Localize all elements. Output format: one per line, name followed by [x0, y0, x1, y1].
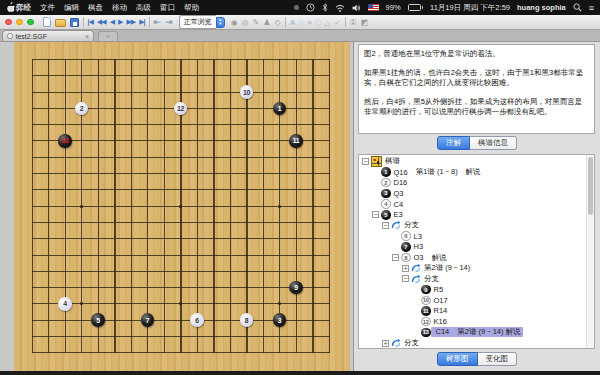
apple-menu-icon[interactable]: [6, 2, 15, 14]
file-buttons: [43, 17, 79, 27]
board-grid[interactable]: 12345678910111213: [24, 51, 338, 361]
battery-percent: 99%: [386, 3, 401, 12]
volume-icon[interactable]: [352, 4, 361, 12]
tree-row-D16[interactable]: 2D16: [360, 177, 585, 188]
menubar-username[interactable]: huang sophia: [517, 3, 566, 12]
tree-row-Q16[interactable]: 1Q16第1谱 (1－8) 解说: [360, 167, 585, 178]
menu-6[interactable]: 高级: [136, 3, 151, 13]
tab-title: test2.SGF: [16, 33, 48, 40]
sgf-file-icon: [7, 33, 13, 39]
right-panel: 图2，普通地在黑1位守角是常识的着法。 如果黑1挂角的话，也许白2会夹击，这时，…: [353, 42, 600, 371]
check-marker-button[interactable]: ✓: [334, 18, 340, 27]
tree-node-label: H3: [414, 242, 424, 251]
tree-node-label: O17: [434, 296, 448, 305]
white-stone-icon: 12: [421, 317, 431, 327]
black-stone-icon: 7: [401, 242, 411, 252]
stone-k16-move-12[interactable]: 12: [174, 102, 188, 116]
last-button[interactable]: ▶|: [139, 18, 144, 26]
tree-row-O3[interactable]: −8O3解说: [360, 252, 585, 263]
branch-icon: [411, 270, 421, 288]
comment-paragraph: 然后，白4拆，黑5从外侧拆挂，如果成为这样的布局，对黑而言是非常顺利的进行，可以…: [364, 97, 589, 117]
display-toggle-buttons: ①◩: [350, 18, 369, 27]
setup-stone-button[interactable]: ◎: [242, 18, 249, 27]
tree-expander-icon[interactable]: −: [392, 254, 399, 261]
stone-e3-move-5[interactable]: 5: [91, 313, 105, 327]
tree-node-label: C14: [436, 327, 450, 337]
go-board[interactable]: 12345678910111213: [14, 42, 350, 371]
tree-selected-highlight: C14第2谱 (9－14) 解说: [431, 327, 523, 337]
menubar-menus: 弈经文件编辑棋盘移动高级窗口帮助: [16, 3, 199, 13]
comment-box[interactable]: 图2，普通地在黑1位守角是常识的着法。 如果黑1挂角的话，也许白2会夹击，这时，…: [358, 44, 595, 134]
black-stone-icon: 13: [421, 328, 431, 338]
bluetooth-icon[interactable]: [322, 3, 328, 12]
new-tab-button[interactable]: +: [98, 31, 118, 41]
forward-button[interactable]: ▶: [118, 18, 122, 26]
stone-o17-move-10[interactable]: 10: [240, 85, 254, 99]
tree-row-C4[interactable]: 4C4: [360, 199, 585, 210]
save-file-button[interactable]: [70, 18, 79, 27]
tree-row-分支[interactable]: −分支: [360, 220, 585, 231]
move-number-display-button[interactable]: ①: [350, 18, 357, 27]
battery-icon[interactable]: [408, 4, 424, 11]
menu-4[interactable]: 棋盘: [88, 3, 103, 13]
tree-scrollbar-thumb[interactable]: [588, 157, 594, 215]
stone-o3-move-8[interactable]: 8: [240, 313, 254, 327]
marker-tool-buttons: A○×□△✓: [290, 18, 341, 27]
tree-expander-icon[interactable]: +: [402, 265, 409, 272]
status-dot-icon[interactable]: [294, 5, 299, 10]
tree-view-switch: 树形图 变化图: [437, 352, 517, 366]
menu-5[interactable]: 移动: [112, 3, 127, 13]
tree-row-K16[interactable]: 12K16: [360, 316, 585, 327]
tree-row-O17[interactable]: 10O17: [360, 295, 585, 306]
browse-mode-value: 正常浏览: [179, 15, 216, 29]
branch-icon: [391, 216, 401, 234]
tree-node-label: R5: [434, 285, 444, 294]
tree-node-label: 第2谱 (9－14): [424, 263, 470, 273]
input-language-flag-icon[interactable]: [368, 4, 379, 11]
tree-row-Q3[interactable]: 3Q3: [360, 188, 585, 199]
minimize-window-button[interactable]: [16, 19, 23, 26]
forward-10-button[interactable]: ▶▶: [126, 18, 135, 26]
tree-expander-icon[interactable]: −: [382, 222, 389, 229]
star-point: [278, 302, 281, 305]
panel-tabs: 注解 棋谱信息: [437, 136, 517, 150]
play-stone-button[interactable]: ◉: [231, 18, 238, 27]
browse-mode-stepper-icon[interactable]: ▲▼: [216, 17, 225, 28]
toolbar: |◀◀◀◀▶▶▶▶| ⇤⇥ 正常浏览 ▲▼ ◉◎✎♟◇ A○×□△✓ ①◩: [0, 15, 600, 30]
menu-2[interactable]: 文件: [40, 3, 55, 13]
main-content: 12345678910111213 图2，普通地在黑1位守角是常识的着法。 如果…: [0, 42, 600, 371]
star-point: [80, 302, 83, 305]
tree-node-label: Q3: [394, 189, 404, 198]
star-point: [80, 205, 83, 208]
black-stone-icon: 11: [421, 306, 431, 316]
tree-expander-icon[interactable]: +: [382, 340, 389, 347]
delete-node-button[interactable]: ◇: [274, 18, 280, 27]
edit-tool-buttons: ◉◎✎♟◇: [231, 18, 281, 27]
new-file-button[interactable]: [43, 17, 51, 27]
board-pane: 12345678910111213: [0, 42, 353, 371]
tree-scrollbar[interactable]: [586, 155, 594, 348]
wifi-icon[interactable]: [335, 4, 345, 12]
black-stone-icon: 5: [381, 210, 391, 220]
square-marker-button[interactable]: □: [316, 18, 321, 27]
tree-row-第2谱 (9－14)[interactable]: +第2谱 (9－14): [360, 263, 585, 274]
stone-q3-move-3[interactable]: 3: [273, 313, 287, 327]
branch-icon: [391, 334, 401, 347]
stone-c4-move-4[interactable]: 4: [58, 297, 72, 311]
notification-center-icon[interactable]: ≡: [589, 3, 594, 13]
tree-node-label: 分支: [404, 220, 419, 230]
tree-node-label: 分支: [404, 338, 419, 347]
tree-node-label: 棋谱: [385, 156, 400, 166]
menubar-clock[interactable]: 11月19日 周四 下午2:59: [430, 3, 510, 13]
zoom-window-button[interactable]: [27, 19, 34, 26]
tree-row-R14[interactable]: 11R14: [360, 306, 585, 317]
triangle-marker-button[interactable]: △: [325, 18, 331, 27]
tree-row-R5[interactable]: 9R5: [360, 284, 585, 295]
letter-marker-button[interactable]: A: [290, 18, 295, 27]
tree-node-comment-label: 第1谱 (1－8) 解说: [416, 167, 481, 177]
black-stone-icon: 3: [381, 189, 391, 199]
close-window-button[interactable]: [5, 19, 12, 26]
tree-node-comment-label: 第2谱 (9－14) 解说: [457, 327, 520, 337]
star-point: [278, 205, 281, 208]
back-10-button[interactable]: ◀◀: [97, 18, 106, 26]
black-stone-icon: 9: [421, 285, 431, 295]
stone-h3-move-7[interactable]: 7: [141, 313, 155, 327]
next-branch-button[interactable]: ⇥: [165, 17, 173, 27]
tree-node-label: C4: [394, 200, 404, 209]
menu-1[interactable]: 弈经: [16, 3, 31, 13]
app-window: |◀◀◀◀▶▶▶▶| ⇤⇥ 正常浏览 ▲▼ ◉◎✎♟◇ A○×□△✓ ①◩ te…: [0, 15, 600, 371]
prev-branch-button[interactable]: ⇤: [154, 17, 162, 27]
stone-c14-move-13[interactable]: 13: [58, 134, 72, 148]
stone-d16-move-2[interactable]: 2: [75, 102, 89, 116]
stone-r14-move-11[interactable]: 11: [289, 134, 303, 148]
pass-move-button[interactable]: ♟: [263, 18, 270, 27]
spotlight-icon[interactable]: [573, 3, 582, 12]
menu-8[interactable]: 帮助: [184, 3, 199, 13]
tree-expander-icon[interactable]: −: [372, 211, 379, 218]
circle-marker-button[interactable]: ○: [299, 18, 304, 27]
comment-paragraph: 图2，普通地在黑1位守角是常识的着法。: [364, 49, 589, 59]
move-tree: −棋谱1Q16第1谱 (1－8) 解说2D163Q34C4−5E3−分支6L37…: [358, 154, 595, 349]
edit-pencil-button[interactable]: ✎: [253, 18, 260, 27]
white-stone-icon: 8: [401, 253, 411, 263]
black-stone-icon: 1: [381, 167, 391, 177]
tree-expander-icon[interactable]: −: [402, 275, 409, 282]
white-stone-icon: 10: [421, 296, 431, 306]
star-point: [179, 205, 182, 208]
tree-node-label: L3: [414, 232, 422, 241]
menubar-status: 99% 11月19日 周四 下午2:59 huang sophia ≡: [294, 3, 594, 13]
tree-node-comment-label: 解说: [432, 253, 447, 263]
nav-buttons: |◀◀◀◀▶▶▶▶|: [88, 18, 145, 26]
comment-paragraph: 如果黑1挂角的话，也许白2会夹击，这时，由于黑1和黑3都非常坚实，白棋在它们之间…: [364, 68, 589, 88]
open-file-button[interactable]: [55, 19, 66, 27]
browse-mode-select[interactable]: 正常浏览 ▲▼: [179, 15, 225, 29]
menubar: 弈经文件编辑棋盘移动高级窗口帮助 99% 11月19日 周四 下午2:59 hu…: [0, 0, 600, 15]
tree-row-分支[interactable]: +分支: [360, 338, 585, 347]
menu-3[interactable]: 编辑: [64, 3, 79, 13]
tab-test2-sgf[interactable]: test2.SGF ×: [2, 30, 94, 41]
move-tree-rows: −棋谱1Q16第1谱 (1－8) 解说2D163Q34C4−5E3−分支6L37…: [360, 156, 585, 347]
tree-node-label: Q16: [394, 168, 408, 177]
tree-expander-icon[interactable]: −: [362, 158, 369, 165]
stone-r5-move-9[interactable]: 9: [289, 281, 303, 295]
board-color-display-button[interactable]: ◩: [361, 18, 369, 27]
back-button[interactable]: ◀: [110, 18, 114, 26]
tab-variation-view[interactable]: 变化图: [478, 352, 518, 366]
first-button[interactable]: |◀: [88, 18, 93, 26]
tab-annotation[interactable]: 注解: [437, 136, 470, 150]
star-point: [179, 302, 182, 305]
tree-row-分支[interactable]: −分支: [360, 274, 585, 285]
tree-node-label: D16: [394, 178, 408, 187]
tab-game-info[interactable]: 棋谱信息: [470, 136, 517, 150]
tree-node-label: 分支: [424, 274, 439, 284]
cross-marker-button[interactable]: ×: [308, 18, 312, 27]
game-record-icon: [371, 156, 382, 167]
tab-bar: test2.SGF × +: [0, 30, 600, 42]
tree-node-label: K16: [434, 317, 447, 326]
stone-q16-move-1[interactable]: 1: [273, 102, 287, 116]
tab-tree-view[interactable]: 树形图: [437, 352, 478, 366]
white-stone-icon: 6: [401, 231, 411, 241]
window-controls: [5, 19, 34, 26]
tree-row-棋谱[interactable]: −棋谱: [360, 156, 585, 167]
white-stone-icon: 2: [381, 178, 391, 188]
tab-close-icon[interactable]: ×: [85, 33, 89, 40]
menu-7[interactable]: 窗口: [160, 3, 175, 13]
jump-buttons: ⇤⇥: [154, 17, 173, 27]
tree-node-label: R14: [434, 306, 448, 315]
tree-row-H3[interactable]: 7H3: [360, 242, 585, 253]
time-machine-icon[interactable]: [306, 3, 315, 12]
white-stone-icon: 4: [381, 199, 391, 209]
stone-l3-move-6[interactable]: 6: [190, 313, 204, 327]
